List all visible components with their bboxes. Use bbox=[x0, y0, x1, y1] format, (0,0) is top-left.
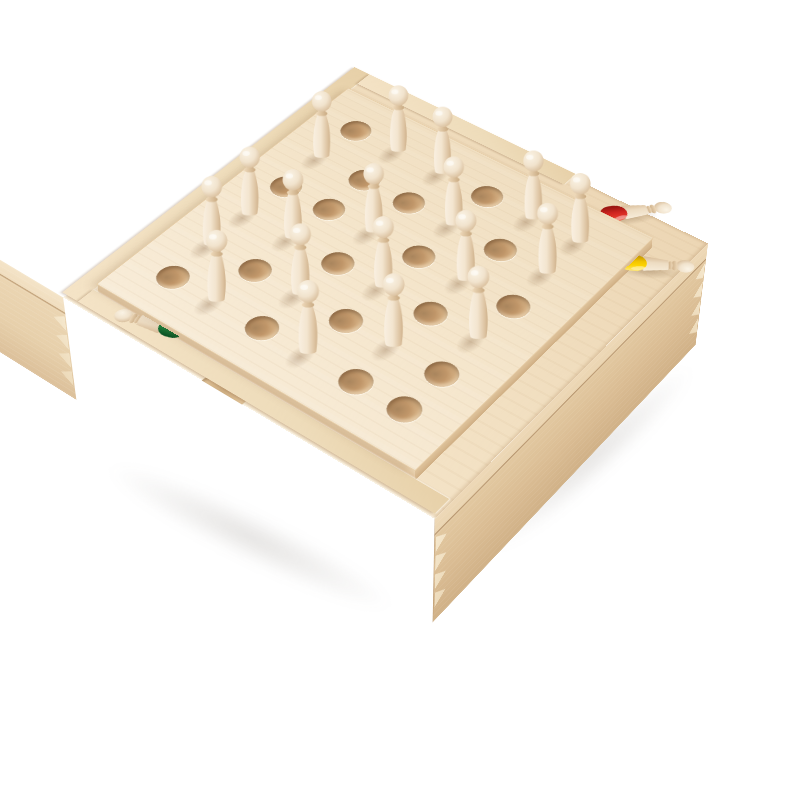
pawn-shape bbox=[561, 171, 599, 244]
box-side-front-left bbox=[0, 117, 76, 400]
pawn-r5c2[interactable] bbox=[459, 263, 498, 340]
hole-r2c0[interactable] bbox=[238, 311, 286, 345]
pawn-shape bbox=[374, 270, 414, 347]
hole-r1c1[interactable] bbox=[232, 255, 279, 287]
pawn-shape bbox=[528, 200, 566, 274]
pawn-r1c0[interactable] bbox=[198, 227, 237, 302]
pawn-r3c0[interactable] bbox=[288, 277, 328, 354]
product-photo-stage bbox=[0, 0, 800, 800]
pawn-r0c2[interactable] bbox=[231, 144, 268, 216]
hole-r2c2[interactable] bbox=[314, 248, 360, 280]
hole-r4c2[interactable] bbox=[406, 297, 453, 330]
pawn-shape bbox=[459, 263, 498, 340]
pawn-shape bbox=[231, 144, 268, 216]
hole-r3c3[interactable] bbox=[396, 241, 442, 272]
pawn-shape bbox=[304, 89, 340, 159]
hole-r4c0[interactable] bbox=[331, 364, 380, 400]
pawn-shape bbox=[198, 227, 237, 302]
hole-r0c0[interactable] bbox=[149, 261, 196, 293]
pawn-shape bbox=[288, 277, 328, 354]
pawn-shape bbox=[381, 83, 417, 153]
dovetail-joint bbox=[434, 524, 446, 609]
hole-r0c5[interactable] bbox=[334, 117, 377, 144]
hole-r5c1[interactable] bbox=[418, 356, 467, 391]
pawn-r5c5[interactable] bbox=[561, 171, 599, 244]
pawn-r5c4[interactable] bbox=[528, 200, 566, 274]
dovetail-joint bbox=[52, 308, 73, 388]
hole-r3c1[interactable] bbox=[322, 304, 370, 338]
pawn-r0c4[interactable] bbox=[304, 89, 340, 159]
pawn-r1c5[interactable] bbox=[381, 83, 417, 153]
hole-r5c0[interactable] bbox=[380, 391, 430, 428]
pawn-r4c1[interactable] bbox=[374, 270, 414, 347]
